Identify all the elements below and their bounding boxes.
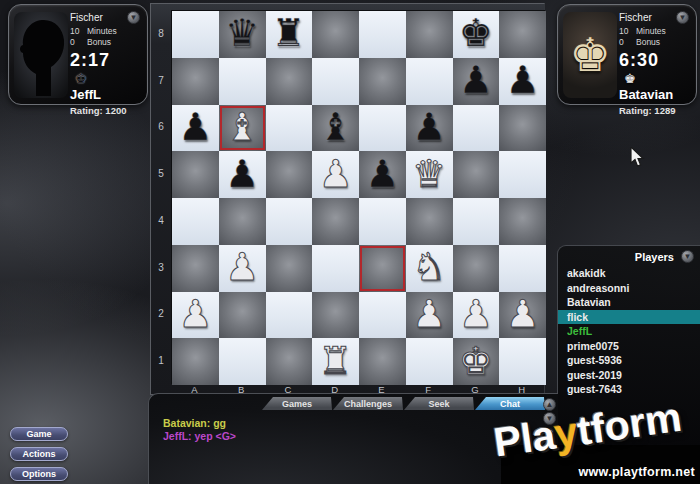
player-row-flick[interactable]: flick [558,310,700,325]
square-h2[interactable]: ♟ [499,292,546,339]
white-player-avatar: ♚ [563,12,617,98]
square-d2[interactable] [312,292,359,339]
square-b7[interactable] [219,58,266,105]
square-d1[interactable]: ♜ [312,338,359,385]
square-b6[interactable]: ♝ [219,105,266,152]
square-c2[interactable] [266,292,313,339]
square-d4[interactable] [312,198,359,245]
players-panel-title: Players [635,251,674,263]
options-button[interactable]: Options [10,467,68,481]
square-e6[interactable] [359,105,406,152]
chess-board[interactable]: ♛♜♚♟♟♟♝♝♟♟♟♟♛♟♞♟♟♟♟♜♚ [171,10,545,384]
square-e5[interactable]: ♟ [359,151,406,198]
square-e7[interactable] [359,58,406,105]
menu-buttons: GameActionsOptions [10,427,68,481]
white-queen: ♛ [412,152,446,196]
black-player-avatar [14,12,68,98]
bonus-row: 0 Bonus [619,37,694,48]
square-d7[interactable] [312,58,359,105]
black-pawn: ♟ [178,105,212,149]
square-a1[interactable] [172,338,219,385]
chat-message: JeffL: yep <G> [163,430,236,443]
minutes-row: 10 Minutes [70,26,145,37]
player-card-black: Fischer 10 Minutes 0 Bonus 2:17 ♚ JeffL … [8,4,148,105]
square-a6[interactable]: ♟ [172,105,219,152]
square-e3[interactable] [359,245,406,292]
square-d6[interactable]: ♝ [312,105,359,152]
watermark-url: www.playtform.net [579,465,695,479]
bonus-label: Bonus [636,37,694,48]
black-queen: ♛ [225,11,259,55]
rank-label-5: 5 [151,150,171,197]
rank-label-7: 7 [151,57,171,104]
square-h7[interactable]: ♟ [499,58,546,105]
square-g7[interactable]: ♟ [453,58,500,105]
square-b3[interactable]: ♟ [219,245,266,292]
square-b8[interactable]: ♛ [219,11,266,58]
players-list: akakidkandreasonniBatavianflickJeffLprim… [558,266,700,397]
square-b5[interactable]: ♟ [219,151,266,198]
square-b1[interactable] [219,338,266,385]
square-f2[interactable]: ♟ [406,292,453,339]
square-a4[interactable] [172,198,219,245]
tab-chat[interactable]: Chat [475,397,545,410]
square-f7[interactable] [406,58,453,105]
square-a7[interactable] [172,58,219,105]
white-player-rating: Rating: 1289 [619,105,694,116]
square-c7[interactable] [266,58,313,105]
white-player-name: Batavian [619,87,694,102]
square-f1[interactable] [406,338,453,385]
rank-label-6: 6 [151,104,171,151]
black-player-info: Fischer 10 Minutes 0 Bonus 2:17 ♚ JeffL … [70,12,145,116]
square-h5[interactable] [499,151,546,198]
silhouette-avatar-image [14,12,68,98]
square-c8[interactable]: ♜ [266,11,313,58]
bonus-label: Bonus [87,37,145,48]
square-g1[interactable]: ♚ [453,338,500,385]
white-player-info: Fischer 10 Minutes 0 Bonus 6:30 ♚ Batavi… [619,12,694,116]
black-player-name: JeffL [70,87,145,102]
white-king-icon: ♚ [624,72,694,85]
white-rook: ♜ [319,339,353,383]
square-a2[interactable]: ♟ [172,292,219,339]
square-g3[interactable] [453,245,500,292]
square-c1[interactable] [266,338,313,385]
mouse-cursor-icon [630,147,645,172]
player-row-andreasonni[interactable]: andreasonni [558,281,700,296]
white-knight: ♞ [412,245,446,289]
rank-label-2: 2 [151,291,171,338]
square-c3[interactable] [266,245,313,292]
tab-challenges[interactable]: Challenges [333,397,403,410]
chess-board-panel: 87654321 ♛♜♚♟♟♟♝♝♟♟♟♟♛♟♞♟♟♟♟♜♚ ABCDEFGH [150,3,545,395]
square-e8[interactable] [359,11,406,58]
white-pawn: ♟ [506,292,540,336]
white-clock: 6:30 [619,50,694,71]
card-collapse-chevron-icon[interactable]: ▼ [127,11,140,24]
square-c4[interactable] [266,198,313,245]
bonus-value: 0 [619,37,636,48]
black-pawn: ♟ [412,105,446,149]
black-pawn: ♟ [459,58,493,102]
square-f3[interactable]: ♞ [406,245,453,292]
rank-label-8: 8 [151,10,171,57]
players-collapse-chevron-icon[interactable]: ▼ [681,250,694,263]
square-g6[interactable] [453,105,500,152]
player-row-akakidk[interactable]: akakidk [558,266,700,281]
player-row-JeffL[interactable]: JeffL [558,324,700,339]
brand-pre: Pla [491,412,558,466]
players-panel-header: Players ▼ [558,246,700,266]
square-c6[interactable] [266,105,313,152]
square-d3[interactable] [312,245,359,292]
app-window: Fischer 10 Minutes 0 Bonus 2:17 ♚ JeffL … [0,0,700,484]
player-row-prime0075[interactable]: prime0075 [558,339,700,354]
black-king-icon: ♚ [75,72,145,85]
square-g2[interactable]: ♟ [453,292,500,339]
white-bishop: ♝ [225,105,259,149]
square-h1[interactable] [499,338,546,385]
square-e1[interactable] [359,338,406,385]
player-row-guest-5936[interactable]: guest-5936 [558,353,700,368]
minutes-label: Minutes [87,26,145,37]
square-f5[interactable]: ♛ [406,151,453,198]
card-collapse-chevron-icon[interactable]: ▼ [676,11,689,24]
rank-label-1: 1 [151,337,171,384]
square-g5[interactable] [453,151,500,198]
rank-label-4: 4 [151,197,171,244]
square-f6[interactable]: ♟ [406,105,453,152]
square-b2[interactable] [219,292,266,339]
white-pawn: ♟ [319,152,353,196]
rank-label-3: 3 [151,244,171,291]
square-h3[interactable] [499,245,546,292]
black-clock: 2:17 [70,50,145,71]
square-g8[interactable]: ♚ [453,11,500,58]
white-pawn: ♟ [459,292,493,336]
square-f8[interactable] [406,11,453,58]
black-player-rating: Rating: 1200 [70,105,145,116]
chat-tabs: GamesChallengesSeekChat [261,397,545,410]
square-h6[interactable] [499,105,546,152]
square-e4[interactable] [359,198,406,245]
king-avatar-image: ♚ [563,12,617,98]
chat-scroll-up-icon[interactable]: ▲ [543,398,556,411]
chat-message: Batavian: gg [163,417,236,430]
bonus-value: 0 [70,37,87,48]
rank-labels: 87654321 [151,10,171,384]
square-b4[interactable] [219,198,266,245]
actions-button[interactable]: Actions [10,447,68,461]
square-e2[interactable] [359,292,406,339]
black-pawn: ♟ [225,152,259,196]
square-f4[interactable] [406,198,453,245]
black-pawn: ♟ [365,152,399,196]
square-h8[interactable] [499,11,546,58]
tab-games[interactable]: Games [262,397,332,410]
player-row-Batavian[interactable]: Batavian [558,295,700,310]
square-a3[interactable] [172,245,219,292]
black-bishop: ♝ [319,105,353,149]
game-button[interactable]: Game [10,427,68,441]
minutes-label: Minutes [636,26,694,37]
player-row-guest-7643[interactable]: guest-7643 [558,382,700,397]
square-h4[interactable] [499,198,546,245]
square-d5[interactable]: ♟ [312,151,359,198]
square-a8[interactable] [172,11,219,58]
square-a5[interactable] [172,151,219,198]
white-pawn: ♟ [225,245,259,289]
chat-messages: Batavian: ggJeffL: yep <G> [163,417,236,443]
black-king: ♚ [459,11,493,55]
black-rook: ♜ [272,11,306,55]
white-pawn: ♟ [412,292,446,336]
minutes-value: 10 [619,26,636,37]
black-pawn: ♟ [506,58,540,102]
player-row-guest-2019[interactable]: guest-2019 [558,368,700,383]
white-king: ♚ [459,339,493,383]
tab-seek[interactable]: Seek [404,397,474,410]
square-d8[interactable] [312,11,359,58]
player-card-white: ♚ Fischer 10 Minutes 0 Bonus 6:30 ♚ Bata… [557,4,697,105]
square-g4[interactable] [453,198,500,245]
square-c5[interactable] [266,151,313,198]
white-pawn: ♟ [178,292,212,336]
minutes-row: 10 Minutes [619,26,694,37]
minutes-value: 10 [70,26,87,37]
bonus-row: 0 Bonus [70,37,145,48]
